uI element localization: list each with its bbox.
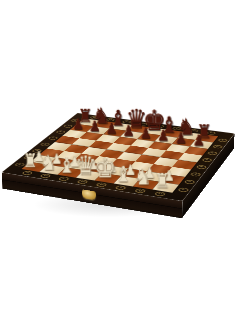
- file-label-a: a: [89, 116, 100, 120]
- file-label-f: f: [114, 185, 127, 190]
- rank-label-5: 5: [47, 136, 59, 140]
- rank-label-1: 1: [177, 187, 189, 192]
- file-label-c: c: [58, 176, 71, 181]
- brass-clasp: [82, 189, 96, 200]
- rank-label-1: 1: [13, 162, 26, 167]
- rank-label-2: 2: [22, 155, 34, 159]
- file-label-c: c: [121, 120, 132, 124]
- square-h5: [178, 153, 202, 162]
- file-label-g: g: [188, 129, 199, 133]
- file-label-e: e: [155, 124, 166, 128]
- file-label-f: f: [171, 127, 182, 131]
- rank-label-3: 3: [189, 172, 201, 177]
- rank-label-4: 4: [39, 142, 51, 146]
- file-label-b: b: [39, 173, 52, 178]
- rank-label-6: 6: [206, 151, 217, 155]
- rank-label-7: 7: [212, 145, 223, 149]
- board-3d-scene: ♜♞♝♛♚♝♞♜♟♟♟♟♟♟♟♟♟♟♟♟♟♟♟♟♜♞♝♛♚♝♞♜ abcdefg…: [2, 113, 235, 201]
- file-label-b: b: [105, 118, 116, 122]
- chess-set-product-photo: ♜♞♝♛♚♝♞♜♟♟♟♟♟♟♟♟♟♟♟♟♟♟♟♟♜♞♝♛♚♝♞♜ abcdefg…: [0, 0, 250, 311]
- square-e5: [124, 145, 148, 154]
- rank-label-8: 8: [69, 119, 80, 123]
- file-label-h: h: [206, 131, 217, 135]
- black-queen-piece: ♛: [126, 106, 144, 132]
- black-king-piece: ♚: [143, 106, 161, 134]
- rank-label-2: 2: [183, 179, 195, 184]
- rank-label-6: 6: [55, 130, 66, 134]
- file-label-a: a: [21, 171, 34, 176]
- file-label-d: d: [138, 122, 149, 126]
- file-label-h: h: [154, 191, 167, 196]
- rank-label-4: 4: [195, 165, 207, 170]
- square-h7: ♟: [190, 140, 213, 149]
- file-label-e: e: [95, 182, 108, 187]
- file-label-g: g: [134, 188, 147, 193]
- file-label-d: d: [76, 179, 89, 184]
- rank-label-7: 7: [62, 124, 73, 128]
- rank-label-8: 8: [217, 138, 228, 142]
- rank-label-5: 5: [201, 158, 212, 163]
